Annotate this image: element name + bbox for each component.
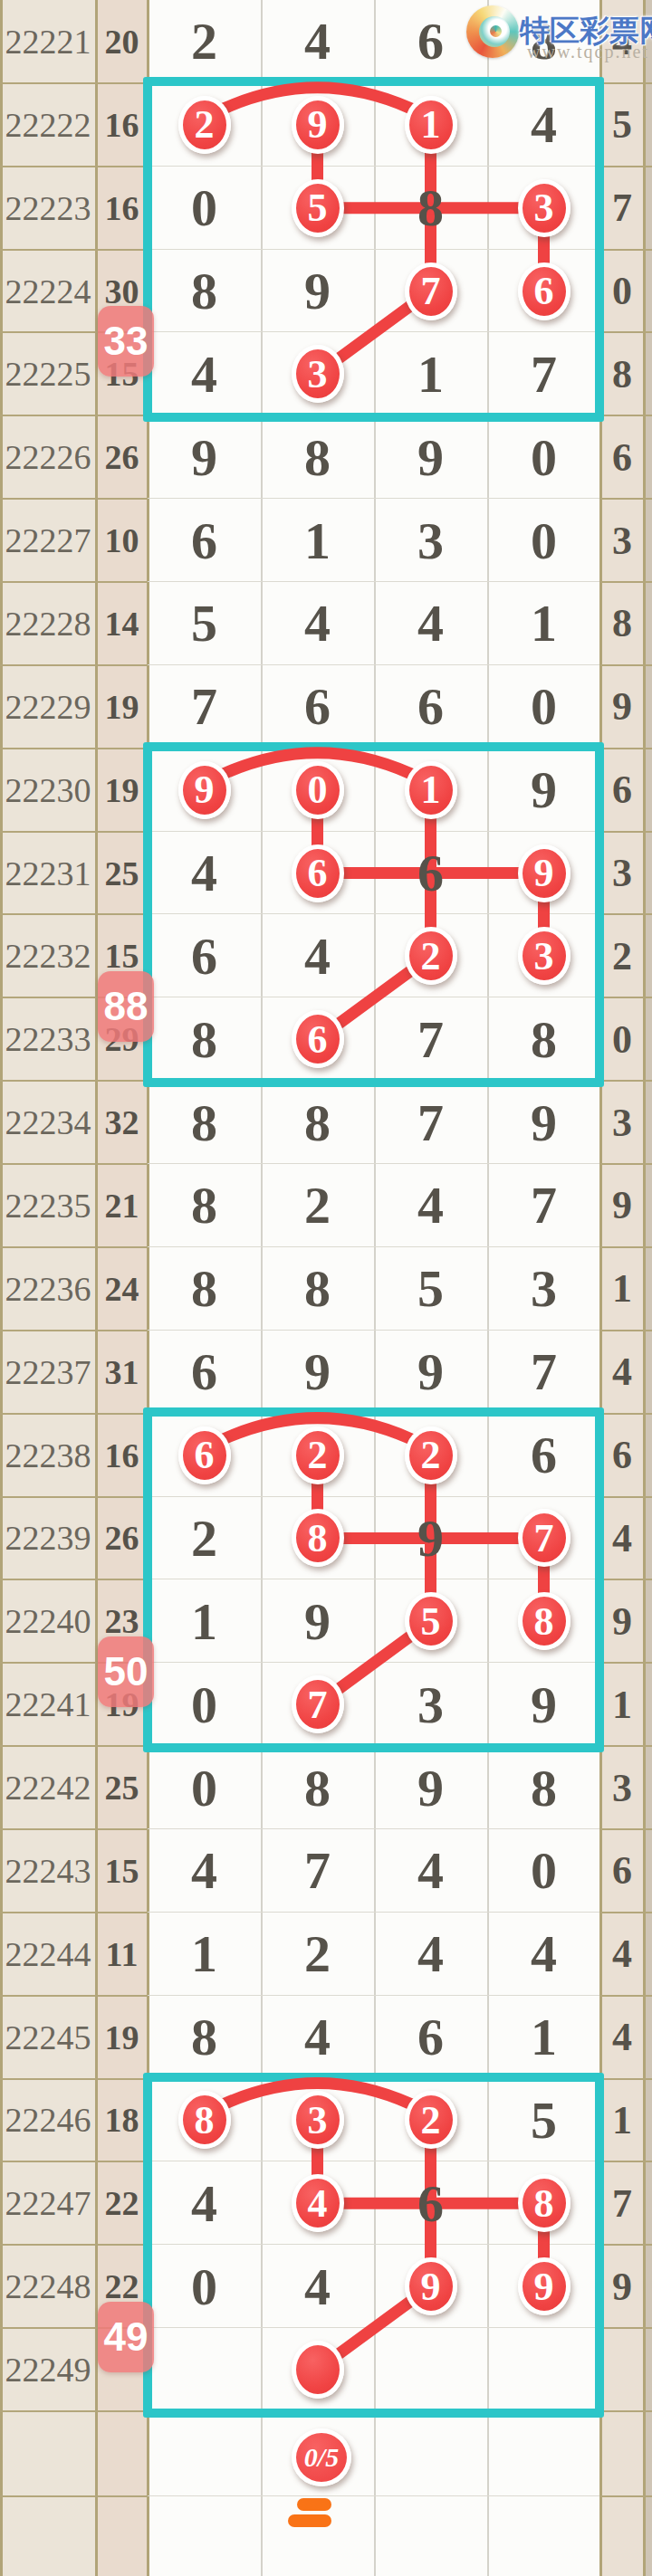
row-id: 22237 (0, 1331, 96, 1414)
digit-cell: 6 (261, 665, 374, 749)
row-id: 22229 (0, 665, 96, 749)
row-id: 22243 (0, 1829, 96, 1913)
table-row: 222431547406 (0, 1829, 652, 1913)
digit-cell: 1 (148, 1913, 261, 1996)
table-row: 222441112444 (0, 1913, 652, 1996)
digit-cell: 8 (487, 1746, 600, 1829)
circled-digit: 9 (178, 761, 231, 819)
predicted-dot (292, 2341, 344, 2399)
digit-cell: 1 (487, 582, 600, 665)
digit-cell: 9 (261, 1579, 374, 1663)
circled-digit: 9 (292, 96, 344, 154)
digit-cell: 4 (148, 1829, 261, 1913)
circled-digit: 1 (405, 96, 457, 154)
circled-digit: 8 (292, 1509, 344, 1567)
digit-cell: 7 (487, 1164, 600, 1247)
row-id: 22228 (0, 582, 96, 665)
row-id: 22248 (0, 2245, 96, 2328)
digit-cell: 6 (374, 1996, 487, 2079)
digit-cell: 8 (148, 1247, 261, 1331)
tail-digit: 4 (600, 1913, 644, 1996)
digit-cell: 4 (148, 832, 261, 915)
tail-digit: 9 (600, 2245, 644, 2328)
equals-icon-bar[interactable] (297, 2498, 331, 2511)
tail-digit: 8 (600, 582, 644, 665)
gap-badge: 49 (98, 2302, 154, 2372)
table-row: 222451984614 (0, 1996, 652, 2079)
digit-cell: 8 (261, 1746, 374, 1829)
row-id: 22230 (0, 749, 96, 832)
digit-cell: 7 (487, 1331, 600, 1414)
digit-cell: 0 (148, 1663, 261, 1746)
tail-digit: 5 (600, 83, 644, 167)
row-id: 22231 (0, 832, 96, 915)
circled-digit: 2 (178, 96, 231, 154)
tail-digit: 0 (600, 997, 644, 1081)
row-id: 22222 (0, 83, 96, 167)
digit-cell: 8 (148, 1164, 261, 1247)
circled-digit: 5 (405, 1592, 457, 1650)
table-row: 222422508983 (0, 1746, 652, 1829)
digit-cell: 0 (487, 415, 600, 499)
row-id: 22241 (0, 1663, 96, 1746)
circled-digit: 3 (292, 2091, 344, 2149)
digit-cell (487, 2328, 600, 2411)
tail-digit: 2 (600, 914, 644, 997)
row-id: 22224 (0, 250, 96, 333)
digit-cell: 1 (374, 332, 487, 415)
tail-digit: 3 (600, 1746, 644, 1829)
row-count: 18 (96, 2079, 148, 2162)
row-count: 25 (96, 832, 148, 915)
digit-cell: 4 (487, 83, 600, 167)
gap-badge: 88 (98, 971, 154, 1042)
table-row: 222343288793 (0, 1081, 652, 1164)
table-row: 222373169974 (0, 1331, 652, 1414)
gap-badge: 50 (98, 1636, 154, 1707)
row-count: 26 (96, 415, 148, 499)
tail-digit: 3 (600, 832, 644, 915)
table-row: 222291976609 (0, 665, 652, 749)
row-id: 22227 (0, 499, 96, 582)
tail-digit: 0 (600, 250, 644, 333)
digit-cell: 9 (487, 1081, 600, 1164)
tail-digit: 9 (600, 665, 644, 749)
digit-cell: 8 (374, 167, 487, 250)
row-id: 22238 (0, 1414, 96, 1497)
digit-cell: 4 (261, 1996, 374, 2079)
circled-digit: 7 (405, 262, 457, 320)
digit-cell: 7 (374, 1081, 487, 1164)
digit-cell: 5 (374, 1247, 487, 1331)
digit-cell: 5 (148, 582, 261, 665)
digit-cell: 7 (374, 997, 487, 1081)
row-count: 16 (96, 167, 148, 250)
digit-cell: 7 (148, 665, 261, 749)
row-count: 15 (96, 1829, 148, 1913)
circled-digit: 9 (405, 2257, 457, 2315)
digit-cell: 8 (261, 1081, 374, 1164)
digit-cell: 9 (487, 749, 600, 832)
digit-cell: 6 (374, 832, 487, 915)
row-id: 22226 (0, 415, 96, 499)
digit-cell: 5 (487, 2079, 600, 2162)
digit-cell: 8 (148, 1996, 261, 2079)
digit-cell: 8 (261, 415, 374, 499)
digit-cell: 0 (487, 499, 600, 582)
digit-cell: 3 (374, 1663, 487, 1746)
row-count: 24 (96, 1247, 148, 1331)
row-count: 19 (96, 665, 148, 749)
circled-digit: 3 (292, 345, 344, 403)
logo-swirl-icon (466, 5, 519, 58)
equals-icon-bar[interactable] (288, 2514, 331, 2527)
digit-cell (148, 2328, 261, 2411)
digit-cell: 6 (487, 1414, 600, 1497)
digit-cell: 4 (148, 2161, 261, 2245)
row-id: 22244 (0, 1913, 96, 1996)
circled-digit: 6 (292, 1010, 344, 1068)
circled-digit: 1 (405, 761, 457, 819)
row-count: 19 (96, 1996, 148, 2079)
digit-cell: 6 (374, 2161, 487, 2245)
digit-cell: 4 (148, 332, 261, 415)
circled-digit: 9 (518, 2257, 570, 2315)
tail-digit: 4 (600, 1331, 644, 1414)
circled-digit: 3 (518, 179, 570, 237)
tail-digit: 8 (600, 332, 644, 415)
tail-digit: 6 (600, 1414, 644, 1497)
circled-digit: 6 (178, 1426, 231, 1484)
tail-digit: 3 (600, 499, 644, 582)
digit-cell: 6 (148, 914, 261, 997)
row-count: 16 (96, 83, 148, 167)
site-logo: 特区彩票网 www.tqcp.net (464, 4, 652, 67)
row-id: 22246 (0, 2079, 96, 2162)
circled-digit: 3 (518, 927, 570, 985)
row-count: 26 (96, 1497, 148, 1580)
digit-cell: 8 (487, 997, 600, 1081)
circled-digit: 4 (292, 2174, 344, 2232)
digit-cell: 3 (487, 1247, 600, 1331)
table-row: 222262698906 (0, 415, 652, 499)
row-id: 22239 (0, 1497, 96, 1580)
digit-cell: 4 (374, 582, 487, 665)
site-watermark: www.tqcp.net (527, 42, 649, 62)
digit-cell: 4 (374, 1913, 487, 1996)
digit-cell (374, 2328, 487, 2411)
digit-cell: 9 (261, 1331, 374, 1414)
tail-digit: 6 (600, 1829, 644, 1913)
digit-cell: 1 (487, 1996, 600, 2079)
digit-cell: 0 (487, 1829, 600, 1913)
digit-cell: 2 (148, 0, 261, 83)
circled-digit: 6 (518, 262, 570, 320)
table-row: 222281454418 (0, 582, 652, 665)
tail-digit: 6 (600, 749, 644, 832)
digit-cell: 9 (374, 1746, 487, 1829)
row-id: 22233 (0, 997, 96, 1081)
score-badge: 0/5 (292, 2428, 351, 2486)
row-id: 22225 (0, 332, 96, 415)
tail-digit: 3 (600, 1081, 644, 1164)
tail-digit: 7 (600, 2161, 644, 2245)
circled-digit: 9 (518, 844, 570, 902)
digit-cell: 8 (148, 997, 261, 1081)
digit-cell: 9 (374, 1331, 487, 1414)
digit-cell: 7 (487, 332, 600, 415)
row-count: 25 (96, 1746, 148, 1829)
digit-cell: 9 (374, 1497, 487, 1580)
tail-digit: 9 (600, 1164, 644, 1247)
row-count: 11 (96, 1913, 148, 1996)
row-id: 22236 (0, 1247, 96, 1331)
circled-digit: 8 (518, 2174, 570, 2232)
tail-digit: 7 (600, 167, 644, 250)
digit-cell: 2 (261, 1164, 374, 1247)
circled-digit: 7 (518, 1509, 570, 1567)
tail-digit: 4 (600, 1996, 644, 2079)
circled-digit: 8 (518, 1592, 570, 1650)
table-row: 222352182479 (0, 1164, 652, 1247)
digit-cell: 4 (261, 582, 374, 665)
digit-cell: 6 (374, 665, 487, 749)
digit-cell: 4 (374, 1164, 487, 1247)
digit-cell: 4 (261, 914, 374, 997)
digit-cell: 4 (261, 2245, 374, 2328)
digit-cell: 1 (261, 499, 374, 582)
digit-cell: 8 (261, 1247, 374, 1331)
row-count: 32 (96, 1081, 148, 1164)
row-id: 22240 (0, 1579, 96, 1663)
table-row: 222362488531 (0, 1247, 652, 1331)
circled-digit: 7 (292, 1675, 344, 1733)
row-count: 21 (96, 1164, 148, 1247)
digit-cell: 1 (148, 1579, 261, 1663)
table-row: 222271061303 (0, 499, 652, 582)
row-id: 22249 (0, 2328, 96, 2411)
digit-cell: 2 (261, 1913, 374, 1996)
digit-cell: 9 (261, 250, 374, 333)
digit-cell: 6 (148, 1331, 261, 1414)
tail-digit: 9 (600, 1579, 644, 1663)
lottery-trend-chart: 特区彩票网 www.tqcp.net 0/5 22221202468422222… (0, 0, 652, 2576)
digit-cell: 0 (487, 665, 600, 749)
digit-cell: 9 (374, 415, 487, 499)
row-id: 22247 (0, 2161, 96, 2245)
circled-digit: 2 (292, 1426, 344, 1484)
digit-cell: 7 (261, 1829, 374, 1913)
circled-digit: 2 (405, 2091, 457, 2149)
row-id: 22221 (0, 0, 96, 83)
digit-cell: 2 (148, 1497, 261, 1580)
row-id: 22245 (0, 1996, 96, 2079)
row-id: 22242 (0, 1746, 96, 1829)
digit-cell: 0 (148, 167, 261, 250)
row-id: 22235 (0, 1164, 96, 1247)
circled-digit: 0 (292, 761, 344, 819)
digit-cell: 8 (148, 250, 261, 333)
tail-digit: 1 (600, 1247, 644, 1331)
tail-digit: 1 (600, 1663, 644, 1746)
row-count: 14 (96, 582, 148, 665)
circled-digit: 2 (405, 927, 457, 985)
circled-digit: 5 (292, 179, 344, 237)
row-id: 22234 (0, 1081, 96, 1164)
circled-digit: 8 (178, 2091, 231, 2149)
row-count: 16 (96, 1414, 148, 1497)
row-count: 10 (96, 499, 148, 582)
tail-digit: 4 (600, 1497, 644, 1580)
digit-cell: 4 (261, 0, 374, 83)
digit-cell: 0 (148, 2245, 261, 2328)
tail-digit (600, 2328, 644, 2411)
row-count: 20 (96, 0, 148, 83)
circled-digit: 2 (405, 1426, 457, 1484)
tail-digit: 1 (600, 2079, 644, 2162)
tail-digit: 6 (600, 415, 644, 499)
row-id: 22232 (0, 914, 96, 997)
gap-badge: 33 (98, 306, 154, 377)
digit-cell: 4 (487, 1913, 600, 1996)
digit-cell: 4 (374, 1829, 487, 1913)
digit-cell: 3 (374, 499, 487, 582)
row-count: 31 (96, 1331, 148, 1414)
digit-cell: 6 (148, 499, 261, 582)
digit-cell: 9 (148, 415, 261, 499)
row-count: 22 (96, 2161, 148, 2245)
digit-cell: 8 (148, 1081, 261, 1164)
row-count: 19 (96, 749, 148, 832)
row-id: 22223 (0, 167, 96, 250)
digit-cell: 0 (148, 1746, 261, 1829)
circled-digit: 6 (292, 844, 344, 902)
digit-cell: 9 (487, 1663, 600, 1746)
